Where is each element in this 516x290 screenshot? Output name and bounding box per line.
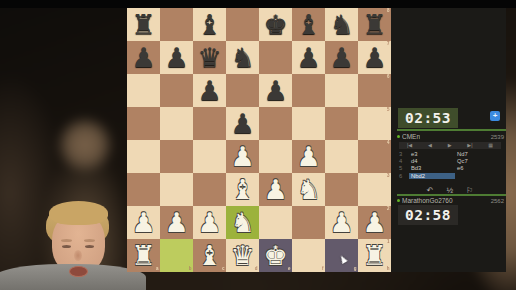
rank-label: 5 — [387, 108, 390, 113]
square-d1[interactable]: ♛d — [226, 239, 259, 272]
white-pawn: ♟ — [329, 209, 353, 236]
move-number: 4 — [399, 158, 409, 164]
white-pawn: ♟ — [131, 209, 155, 236]
square-c7[interactable]: ♛ — [193, 41, 226, 74]
black-move[interactable]: Nd7 — [455, 151, 501, 157]
file-label: f — [322, 267, 324, 272]
square-c1[interactable]: ♝c — [193, 239, 226, 272]
square-g4[interactable] — [325, 140, 358, 173]
square-b5[interactable] — [160, 107, 193, 140]
black-pawn: ♟ — [230, 110, 254, 137]
person-fringe — [49, 201, 108, 225]
square-e6[interactable]: ♟ — [259, 74, 292, 107]
move-row: 6Nbd2 — [399, 172, 501, 179]
opponent-name[interactable]: CMEn — [402, 133, 420, 140]
square-e7[interactable] — [259, 41, 292, 74]
square-a1[interactable]: ♜a — [127, 239, 160, 272]
side-panel: 02:53 + CMEn 2539 |◀ ◀ ▶ ▶| ▦ 3e3Nd74d4Q… — [391, 8, 506, 272]
move-nav-bar: |◀ ◀ ▶ ▶| ▦ — [399, 142, 501, 149]
file-label: b — [189, 267, 192, 272]
square-e5[interactable] — [259, 107, 292, 140]
move-row: 5Bd3e6 — [399, 165, 501, 172]
black-pawn: ♟ — [362, 44, 386, 71]
rank-label: 7 — [387, 42, 390, 47]
white-pawn: ♟ — [362, 209, 386, 236]
square-f5[interactable] — [292, 107, 325, 140]
player-clock: 02:58 — [398, 205, 458, 225]
square-d5[interactable]: ♟ — [226, 107, 259, 140]
black-pawn: ♟ — [263, 77, 287, 104]
square-a5[interactable] — [127, 107, 160, 140]
square-b7[interactable]: ♟ — [160, 41, 193, 74]
square-f7[interactable]: ♟ — [292, 41, 325, 74]
square-g8[interactable]: ♞ — [325, 8, 358, 41]
black-king: ♚ — [263, 11, 287, 38]
square-c8[interactable]: ♝ — [193, 8, 226, 41]
square-h3[interactable]: 3 — [358, 173, 391, 206]
white-pawn: ♟ — [164, 209, 188, 236]
square-g3[interactable] — [325, 173, 358, 206]
black-pawn: ♟ — [296, 44, 320, 71]
person-nose — [74, 250, 82, 261]
square-a8[interactable]: ♜ — [127, 8, 160, 41]
black-pawn: ♟ — [131, 44, 155, 71]
white-move[interactable]: d4 — [409, 158, 455, 164]
square-c2[interactable]: ♟ — [193, 206, 226, 239]
black-rook: ♜ — [131, 11, 155, 38]
rank-label: 1 — [387, 240, 390, 245]
move-list: 3e3Nd74d4Qc75Bd3e66Nbd2 — [399, 150, 501, 180]
square-b8[interactable] — [160, 8, 193, 41]
square-b1[interactable]: b — [160, 239, 193, 272]
game-window: ♜♝♚♝♞♜8♟♟♛♞♟♟♟7♟♟6♟5♟♟4♝♟♞3♟♟♟♞♟♟2♜ab♝c♛… — [127, 8, 506, 272]
black-move[interactable]: Qc7 — [455, 158, 501, 164]
mouse-cursor — [338, 254, 347, 264]
square-g5[interactable] — [325, 107, 358, 140]
square-e8[interactable]: ♚ — [259, 8, 292, 41]
opponent-row: CMEn 2539 — [397, 132, 504, 141]
move-row: 3e3Nd7 — [399, 150, 501, 157]
white-rook: ♜ — [131, 242, 155, 269]
person-brow — [84, 239, 95, 242]
white-pawn: ♟ — [296, 143, 320, 170]
black-pawn: ♟ — [329, 44, 353, 71]
square-a4[interactable] — [127, 140, 160, 173]
opponent-clock: 02:53 — [398, 108, 458, 128]
square-h8[interactable]: ♜8 — [358, 8, 391, 41]
square-d6[interactable] — [226, 74, 259, 107]
chess-board: ♜♝♚♝♞♜8♟♟♛♞♟♟♟7♟♟6♟5♟♟4♝♟♞3♟♟♟♞♟♟2♜ab♝c♛… — [127, 8, 391, 272]
rank-label: 2 — [387, 207, 390, 212]
move-number: 3 — [399, 151, 409, 157]
white-bishop: ♝ — [197, 242, 221, 269]
white-king: ♚ — [263, 242, 287, 269]
square-a2[interactable]: ♟ — [127, 206, 160, 239]
online-dot — [397, 199, 400, 202]
rank-label: 3 — [387, 174, 390, 179]
nav-next-icon[interactable]: ▶ — [448, 143, 452, 148]
white-knight: ♞ — [296, 176, 320, 203]
black-rook: ♜ — [362, 11, 386, 38]
divider-line — [397, 129, 506, 131]
black-queen: ♛ — [197, 44, 221, 71]
black-knight: ♞ — [329, 11, 353, 38]
white-bishop: ♝ — [230, 176, 254, 203]
file-label: d — [255, 267, 258, 272]
square-b4[interactable] — [160, 140, 193, 173]
square-h2[interactable]: ♟2 — [358, 206, 391, 239]
square-c4[interactable] — [193, 140, 226, 173]
square-d4[interactable]: ♟ — [226, 140, 259, 173]
square-f4[interactable]: ♟ — [292, 140, 325, 173]
square-d2[interactable]: ♞ — [226, 206, 259, 239]
person-mouth — [69, 266, 88, 277]
square-c6[interactable]: ♟ — [193, 74, 226, 107]
square-g6[interactable] — [325, 74, 358, 107]
square-a7[interactable]: ♟ — [127, 41, 160, 74]
white-knight: ♞ — [230, 209, 254, 236]
file-label: g — [354, 267, 357, 272]
white-move[interactable]: e3 — [409, 151, 455, 157]
square-g1[interactable]: g — [325, 239, 358, 272]
square-b3[interactable] — [160, 173, 193, 206]
square-h1[interactable]: ♜1h — [358, 239, 391, 272]
opponent-rating: 2539 — [491, 134, 504, 140]
black-pawn: ♟ — [164, 44, 188, 71]
square-c3[interactable] — [193, 173, 226, 206]
square-g7[interactable]: ♟ — [325, 41, 358, 74]
player-rating: 2562 — [491, 198, 504, 204]
black-bishop: ♝ — [296, 11, 320, 38]
square-d7[interactable]: ♞ — [226, 41, 259, 74]
white-move[interactable]: Nbd2 — [409, 173, 455, 179]
move-row: 4d4Qc7 — [399, 157, 501, 164]
square-f3[interactable]: ♞ — [292, 173, 325, 206]
file-label: h — [387, 267, 390, 272]
rank-label: 4 — [387, 141, 390, 146]
rank-label: 8 — [387, 9, 390, 14]
black-bishop: ♝ — [197, 11, 221, 38]
square-f2[interactable] — [292, 206, 325, 239]
square-e1[interactable]: ♚e — [259, 239, 292, 272]
square-c5[interactable] — [193, 107, 226, 140]
square-a3[interactable] — [127, 173, 160, 206]
player-row: MarathonGo2760 2562 — [397, 196, 504, 205]
square-f8[interactable]: ♝ — [292, 8, 325, 41]
white-rook: ♜ — [362, 242, 386, 269]
white-pawn: ♟ — [197, 209, 221, 236]
person-eye — [62, 245, 71, 248]
nav-first-icon[interactable]: |◀ — [407, 143, 412, 148]
black-move[interactable]: e6 — [455, 165, 501, 171]
square-b6[interactable] — [160, 74, 193, 107]
player-name[interactable]: MarathonGo2760 — [402, 197, 453, 204]
file-label: e — [288, 267, 291, 272]
square-g2[interactable]: ♟ — [325, 206, 358, 239]
move-number: 6 — [399, 173, 409, 179]
square-d8[interactable] — [226, 8, 259, 41]
online-dot — [397, 135, 400, 138]
white-move[interactable]: Bd3 — [409, 165, 455, 171]
nav-last-icon[interactable]: ▶| — [467, 143, 472, 148]
square-h5[interactable]: 5 — [358, 107, 391, 140]
square-d3[interactable]: ♝ — [226, 173, 259, 206]
white-pawn: ♟ — [230, 143, 254, 170]
analysis-board-icon[interactable]: ▦ — [488, 143, 493, 148]
nav-prev-icon[interactable]: ◀ — [428, 143, 432, 148]
white-queen: ♛ — [230, 242, 254, 269]
square-e4[interactable] — [259, 140, 292, 173]
square-f6[interactable] — [292, 74, 325, 107]
file-label: c — [222, 267, 225, 272]
black-pawn: ♟ — [197, 77, 221, 104]
square-h7[interactable]: ♟7 — [358, 41, 391, 74]
square-e2[interactable] — [259, 206, 292, 239]
move-number: 5 — [399, 165, 409, 171]
file-label: a — [156, 267, 159, 272]
rank-label: 6 — [387, 75, 390, 80]
person-brow — [61, 239, 72, 242]
top-black-band — [0, 0, 516, 8]
square-h4[interactable]: 4 — [358, 140, 391, 173]
square-a6[interactable] — [127, 74, 160, 107]
square-e3[interactable]: ♟ — [259, 173, 292, 206]
stream-frame: ♜♝♚♝♞♜8♟♟♛♞♟♟♟7♟♟6♟5♟♟4♝♟♞3♟♟♟♞♟♟2♜ab♝c♛… — [0, 0, 516, 290]
person-eye — [85, 245, 94, 248]
white-pawn: ♟ — [263, 176, 287, 203]
give-more-time-button[interactable]: + — [490, 111, 500, 121]
square-f1[interactable]: f — [292, 239, 325, 272]
square-h6[interactable]: 6 — [358, 74, 391, 107]
square-b2[interactable]: ♟ — [160, 206, 193, 239]
black-knight: ♞ — [230, 44, 254, 71]
